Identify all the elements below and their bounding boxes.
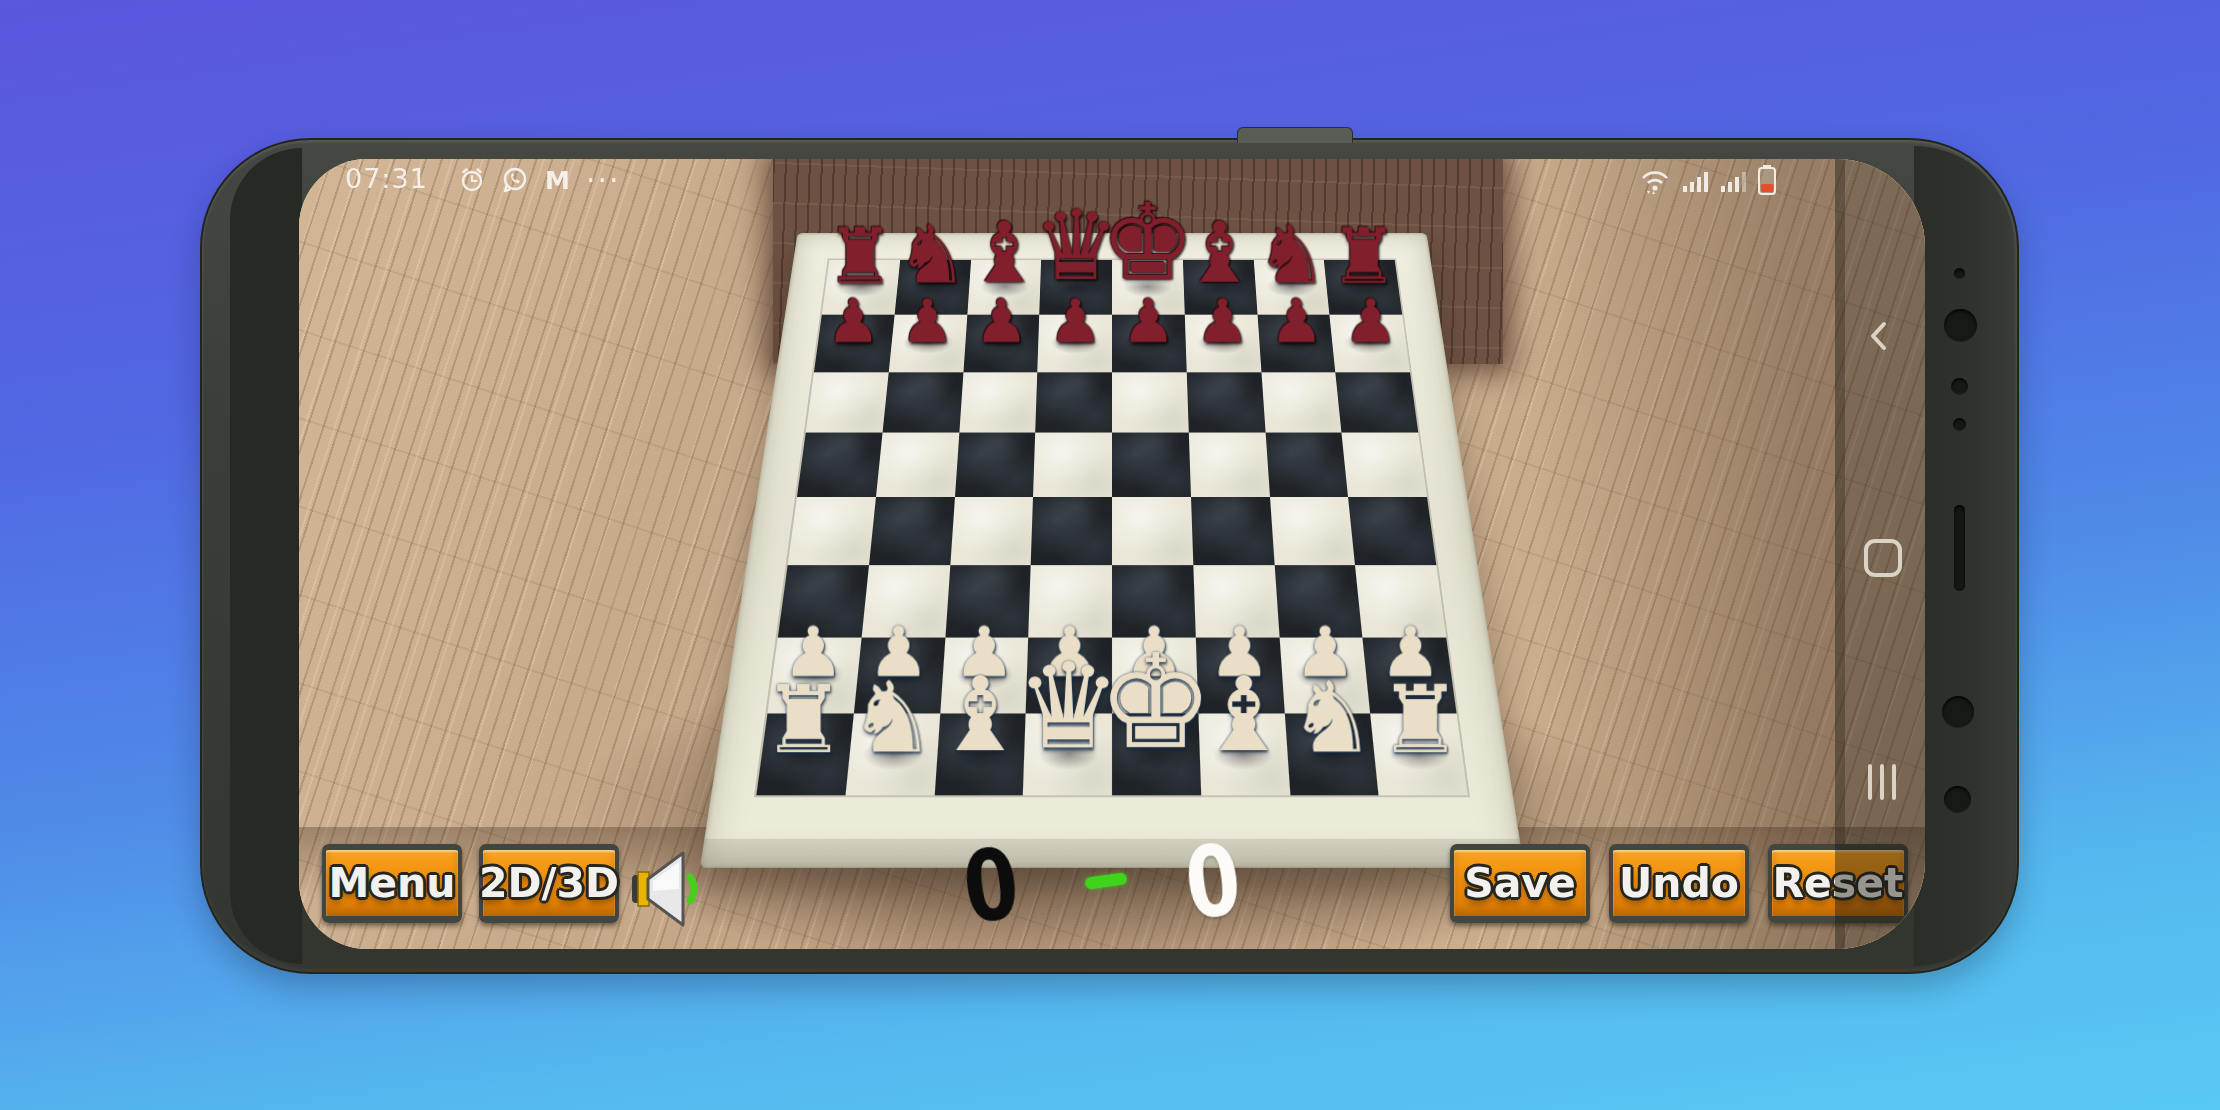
phone-screen: ♜♞♝♛♚♝♞♜♟♟♟♟♟♟♟♟♟♟♟♟♟♟♟♟♜♞♝♛♚♝♞♜ 07:31 xyxy=(299,159,1925,949)
square-a6[interactable] xyxy=(806,372,889,433)
square-f4[interactable] xyxy=(1191,497,1274,565)
square-h5[interactable] xyxy=(1342,433,1427,497)
square-f8[interactable] xyxy=(1183,260,1257,315)
square-e4[interactable] xyxy=(1112,497,1193,565)
square-c4[interactable] xyxy=(950,497,1033,565)
square-h4[interactable] xyxy=(1348,497,1436,565)
square-d4[interactable] xyxy=(1031,497,1112,565)
square-h6[interactable] xyxy=(1335,372,1418,433)
chess-board[interactable]: ♜♞♝♛♚♝♞♜♟♟♟♟♟♟♟♟♟♟♟♟♟♟♟♟♜♞♝♛♚♝♞♜ xyxy=(757,159,1467,878)
gmail-icon: M xyxy=(545,168,570,193)
square-g4[interactable] xyxy=(1270,497,1356,565)
square-g7[interactable] xyxy=(1257,314,1335,372)
camera-lens-3 xyxy=(1944,786,1971,813)
back-icon[interactable] xyxy=(1867,321,1891,351)
home-icon[interactable] xyxy=(1864,539,1902,577)
square-e7[interactable] xyxy=(1112,314,1186,372)
page-background: ♜♞♝♛♚♝♞♜♟♟♟♟♟♟♟♟♟♟♟♟♟♟♟♟♜♞♝♛♚♝♞♜ 07:31 xyxy=(0,0,2220,1110)
undo-button[interactable]: Undo xyxy=(1609,844,1749,923)
2d-3d-label: 2D/3D xyxy=(479,859,619,907)
system-status-icons xyxy=(1639,166,1777,196)
square-c8[interactable] xyxy=(967,260,1041,315)
speaker-icon[interactable] xyxy=(629,845,703,931)
square-c6[interactable] xyxy=(959,372,1038,433)
square-g8[interactable] xyxy=(1253,260,1329,315)
square-e8[interactable] xyxy=(1112,260,1185,315)
square-d7[interactable] xyxy=(1038,314,1112,372)
more-notifications-icon: ··· xyxy=(586,170,621,191)
save-button[interactable]: Save xyxy=(1450,844,1590,923)
square-b5[interactable] xyxy=(876,433,959,497)
square-e6[interactable] xyxy=(1112,372,1189,433)
square-e5[interactable] xyxy=(1112,433,1191,497)
camera-lens-2 xyxy=(1942,696,1974,728)
alarm-icon xyxy=(459,166,485,194)
square-g6[interactable] xyxy=(1261,372,1342,433)
square-b6[interactable] xyxy=(882,372,963,433)
score-white: 0 xyxy=(1180,830,1246,934)
square-b7[interactable] xyxy=(889,314,967,372)
left-bezel xyxy=(230,148,302,964)
undo-button-label: Undo xyxy=(1619,859,1739,907)
board-border: ♜♞♝♛♚♝♞♜♟♟♟♟♟♟♟♟♟♟♟♟♟♟♟♟♜♞♝♛♚♝♞♜ xyxy=(700,233,1524,868)
menu-button-label: Menu xyxy=(329,859,456,907)
wifi-icon xyxy=(1639,166,1673,196)
recents-icon[interactable] xyxy=(1868,764,1896,800)
signal-icon xyxy=(1681,166,1711,196)
score-black: 0 xyxy=(958,834,1024,938)
front-camera-lens xyxy=(1944,309,1977,342)
piece-glyph: ♜ xyxy=(1319,673,1520,767)
sensor-dot-3 xyxy=(1953,418,1966,431)
proximity-sensor-dot xyxy=(1954,268,1965,279)
earpiece-speaker-slot xyxy=(1954,505,1965,591)
square-a7[interactable] xyxy=(814,314,894,372)
square-a4[interactable] xyxy=(788,497,876,565)
square-d5[interactable] xyxy=(1033,433,1112,497)
square-g5[interactable] xyxy=(1265,433,1348,497)
square-f7[interactable] xyxy=(1185,314,1261,372)
square-f5[interactable] xyxy=(1189,433,1270,497)
signal2-icon xyxy=(1719,166,1749,196)
square-a8[interactable] xyxy=(822,260,900,315)
clock-time: 07:31 xyxy=(345,163,428,194)
notification-icons: M ··· xyxy=(459,166,621,194)
android-nav-bar xyxy=(1835,159,1925,949)
square-h8[interactable] xyxy=(1324,260,1402,315)
square-c5[interactable] xyxy=(954,433,1035,497)
sensor-dot-2 xyxy=(1951,378,1968,395)
power-button xyxy=(1237,127,1353,143)
status-bar: 07:31 M ··· xyxy=(299,159,1925,201)
save-button-label: Save xyxy=(1464,859,1576,907)
square-f6[interactable] xyxy=(1186,372,1265,433)
square-c7[interactable] xyxy=(963,314,1039,372)
whatsapp-icon xyxy=(501,166,529,194)
menu-button[interactable]: Menu xyxy=(322,844,462,923)
square-b4[interactable] xyxy=(869,497,955,565)
square-d6[interactable] xyxy=(1035,372,1112,433)
square-a5[interactable] xyxy=(797,433,882,497)
square-b8[interactable] xyxy=(894,260,970,315)
square-d8[interactable] xyxy=(1039,260,1112,315)
2d-3d-toggle-button[interactable]: 2D/3D xyxy=(479,844,619,923)
battery-low-icon xyxy=(1757,164,1777,196)
square-h7[interactable] xyxy=(1330,314,1410,372)
phone-frame: ♜♞♝♛♚♝♞♜♟♟♟♟♟♟♟♟♟♟♟♟♟♟♟♟♜♞♝♛♚♝♞♜ 07:31 xyxy=(200,138,2019,974)
